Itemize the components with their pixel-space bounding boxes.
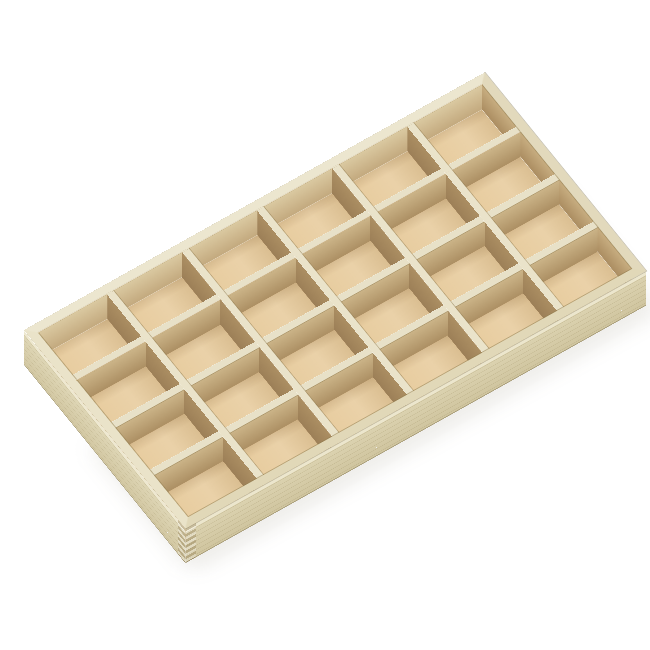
wooden-tray [24, 72, 647, 528]
photo-background [0, 0, 650, 650]
